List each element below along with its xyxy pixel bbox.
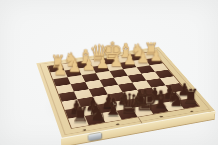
clasp-latch-icon: [89, 133, 102, 141]
piece-white-pawn: ♟: [53, 62, 67, 78]
piece-white-pawn: ♟: [136, 51, 149, 66]
piece-white-pawn: ♟: [82, 58, 96, 73]
piece-white-pawn: ♟: [109, 54, 123, 69]
product-photo: ♜♞♝♛♚♝♞♜♟♟♟♟♟♟♟♟♟♟♟♟♟♟♟♟♜♞♝♛♚♝♞♜: [0, 0, 218, 145]
piece-white-pawn: ♟: [67, 60, 81, 75]
piece-white-pawn: ♟: [123, 52, 136, 67]
piece-black-rook: ♜: [71, 105, 90, 126]
square-a8: ♜: [68, 116, 88, 128]
piece-white-pawn: ♟: [95, 56, 109, 71]
piece-white-pawn: ♟: [149, 49, 162, 64]
